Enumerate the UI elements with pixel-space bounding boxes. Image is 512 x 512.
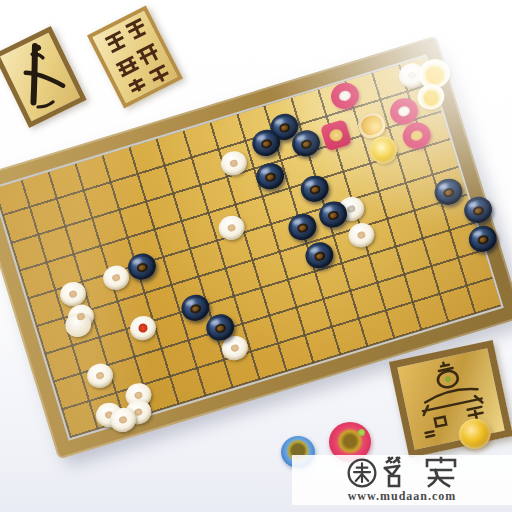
brush-character-icon [0, 33, 80, 121]
calligraphy-panel-right [87, 5, 183, 108]
piece-white[interactable] [84, 360, 116, 391]
piece-white[interactable] [345, 220, 377, 251]
piece-navy[interactable] [125, 250, 159, 283]
piece-white[interactable] [218, 148, 250, 179]
piece-navy[interactable] [285, 211, 319, 244]
piece-navy[interactable] [461, 193, 495, 226]
piece-navy[interactable] [431, 175, 465, 208]
piece-red-square[interactable] [320, 119, 352, 151]
piece-white[interactable] [127, 313, 159, 344]
gold-plaque [389, 340, 512, 458]
piece-navy[interactable] [466, 222, 500, 255]
piece-navy[interactable] [253, 160, 287, 193]
watermark: www.mudaan.com [292, 455, 512, 505]
piece-navy[interactable] [178, 291, 212, 324]
piece-white[interactable] [216, 213, 248, 244]
seal-script-icon [92, 11, 177, 103]
watermark-logo-row [346, 456, 459, 490]
circled-character-logo-icon [346, 457, 378, 489]
scene: www.mudaan.com [0, 0, 512, 512]
piece-navy[interactable] [298, 172, 332, 205]
watermark-url: www.mudaan.com [348, 490, 457, 503]
piece-red-ring[interactable] [328, 79, 362, 112]
piece-navy[interactable] [302, 239, 336, 272]
calligraphy-panel-left [0, 26, 87, 128]
watermark-characters-icon [383, 456, 459, 490]
